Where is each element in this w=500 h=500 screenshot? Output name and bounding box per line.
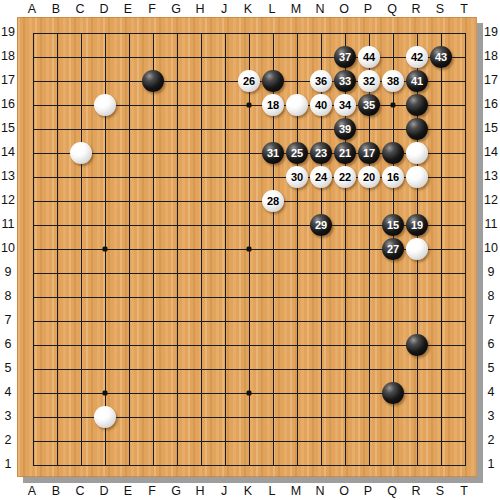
- board-intersection[interactable]: [141, 333, 165, 357]
- board-intersection[interactable]: [117, 405, 141, 429]
- board-intersection[interactable]: [189, 357, 213, 381]
- board-intersection[interactable]: [405, 285, 429, 309]
- board-intersection[interactable]: [21, 213, 45, 237]
- board-intersection[interactable]: [237, 45, 261, 69]
- board-intersection[interactable]: [69, 381, 93, 405]
- board-intersection[interactable]: [165, 453, 189, 477]
- board-intersection[interactable]: [429, 165, 453, 189]
- stone-white[interactable]: 16: [382, 166, 404, 188]
- board-intersection[interactable]: [405, 357, 429, 381]
- board-intersection[interactable]: [117, 141, 141, 165]
- board-intersection[interactable]: [93, 21, 117, 45]
- board-intersection[interactable]: [21, 21, 45, 45]
- board-intersection[interactable]: [285, 117, 309, 141]
- stone-white[interactable]: [406, 142, 428, 164]
- board-intersection[interactable]: [309, 381, 333, 405]
- board-intersection[interactable]: [21, 141, 45, 165]
- board-intersection[interactable]: [117, 213, 141, 237]
- board-intersection[interactable]: [165, 381, 189, 405]
- board-intersection[interactable]: [141, 45, 165, 69]
- board-intersection[interactable]: [453, 21, 477, 45]
- stone-white[interactable]: 22: [334, 166, 356, 188]
- board-intersection[interactable]: [141, 213, 165, 237]
- board-intersection[interactable]: [453, 69, 477, 93]
- board-intersection[interactable]: [261, 381, 285, 405]
- board-intersection[interactable]: [333, 309, 357, 333]
- board-intersection[interactable]: [453, 285, 477, 309]
- board-intersection[interactable]: [381, 117, 405, 141]
- board-intersection[interactable]: [285, 237, 309, 261]
- board-intersection[interactable]: [333, 429, 357, 453]
- board-intersection[interactable]: [165, 429, 189, 453]
- board-intersection[interactable]: [21, 45, 45, 69]
- board-intersection[interactable]: [213, 45, 237, 69]
- board-intersection[interactable]: [213, 405, 237, 429]
- board-intersection[interactable]: [405, 141, 429, 165]
- board-intersection[interactable]: [381, 21, 405, 45]
- board-intersection[interactable]: [261, 213, 285, 237]
- board-intersection[interactable]: [165, 309, 189, 333]
- board-intersection[interactable]: [405, 165, 429, 189]
- board-intersection[interactable]: [213, 285, 237, 309]
- board-intersection[interactable]: [309, 261, 333, 285]
- board-intersection[interactable]: [381, 309, 405, 333]
- board-intersection[interactable]: [93, 117, 117, 141]
- board-intersection[interactable]: [117, 21, 141, 45]
- board-intersection[interactable]: [189, 237, 213, 261]
- board-intersection[interactable]: [213, 309, 237, 333]
- board-intersection[interactable]: [45, 21, 69, 45]
- board-intersection[interactable]: 26: [237, 69, 261, 93]
- board-intersection[interactable]: [357, 333, 381, 357]
- board-intersection[interactable]: [261, 261, 285, 285]
- board-intersection[interactable]: [285, 261, 309, 285]
- board-intersection[interactable]: [117, 357, 141, 381]
- board-intersection[interactable]: [45, 93, 69, 117]
- board-intersection[interactable]: [141, 69, 165, 93]
- board-intersection[interactable]: [69, 453, 93, 477]
- board-intersection[interactable]: [45, 237, 69, 261]
- board-intersection[interactable]: [93, 165, 117, 189]
- board-intersection[interactable]: [93, 429, 117, 453]
- board-intersection[interactable]: [333, 261, 357, 285]
- board-intersection[interactable]: [261, 21, 285, 45]
- board-intersection[interactable]: [165, 69, 189, 93]
- board-intersection[interactable]: [117, 381, 141, 405]
- stone-white[interactable]: 40: [310, 94, 332, 116]
- board-intersection[interactable]: [117, 117, 141, 141]
- board-intersection[interactable]: [261, 69, 285, 93]
- board-intersection[interactable]: 36: [309, 69, 333, 93]
- board-intersection[interactable]: [237, 333, 261, 357]
- board-intersection[interactable]: [237, 429, 261, 453]
- board-intersection[interactable]: 16: [381, 165, 405, 189]
- board-intersection[interactable]: [165, 285, 189, 309]
- board-intersection[interactable]: [21, 357, 45, 381]
- board-intersection[interactable]: [261, 405, 285, 429]
- board-intersection[interactable]: [69, 237, 93, 261]
- board-intersection[interactable]: [117, 285, 141, 309]
- board-intersection[interactable]: [429, 189, 453, 213]
- board-intersection[interactable]: 27: [381, 237, 405, 261]
- board-intersection[interactable]: [21, 285, 45, 309]
- board-intersection[interactable]: [165, 357, 189, 381]
- board-intersection[interactable]: [141, 429, 165, 453]
- board-intersection[interactable]: [165, 189, 189, 213]
- board-intersection[interactable]: [21, 165, 45, 189]
- board-intersection[interactable]: [189, 429, 213, 453]
- board-intersection[interactable]: 25: [285, 141, 309, 165]
- board-intersection[interactable]: [117, 333, 141, 357]
- board-intersection[interactable]: [405, 405, 429, 429]
- board-intersection[interactable]: [21, 429, 45, 453]
- stone-white[interactable]: 26: [238, 70, 260, 92]
- board-intersection[interactable]: [429, 309, 453, 333]
- board-intersection[interactable]: [381, 45, 405, 69]
- board-intersection[interactable]: [333, 357, 357, 381]
- board-intersection[interactable]: [357, 237, 381, 261]
- board-intersection[interactable]: [69, 141, 93, 165]
- board-intersection[interactable]: [429, 141, 453, 165]
- board-intersection[interactable]: 28: [261, 189, 285, 213]
- stone-black[interactable]: [142, 70, 164, 92]
- board-intersection[interactable]: [69, 429, 93, 453]
- board-intersection[interactable]: [213, 69, 237, 93]
- board-intersection[interactable]: [69, 165, 93, 189]
- board-intersection[interactable]: [165, 165, 189, 189]
- board-intersection[interactable]: [453, 357, 477, 381]
- board-intersection[interactable]: [189, 333, 213, 357]
- board-intersection[interactable]: [453, 405, 477, 429]
- stone-black[interactable]: 31: [262, 142, 284, 164]
- board-intersection[interactable]: [429, 381, 453, 405]
- board-intersection[interactable]: [309, 285, 333, 309]
- board-intersection[interactable]: [285, 45, 309, 69]
- stone-white[interactable]: 28: [262, 190, 284, 212]
- board-intersection[interactable]: [285, 69, 309, 93]
- board-intersection[interactable]: [141, 357, 165, 381]
- board-intersection[interactable]: [237, 453, 261, 477]
- board-intersection[interactable]: [165, 405, 189, 429]
- board-intersection[interactable]: [309, 429, 333, 453]
- stone-white[interactable]: 18: [262, 94, 284, 116]
- board-intersection[interactable]: [453, 333, 477, 357]
- board-intersection[interactable]: [453, 117, 477, 141]
- board-intersection[interactable]: [189, 69, 213, 93]
- board-intersection[interactable]: [237, 381, 261, 405]
- board-intersection[interactable]: [45, 381, 69, 405]
- board-intersection[interactable]: [261, 45, 285, 69]
- board-intersection[interactable]: [405, 189, 429, 213]
- board-intersection[interactable]: [237, 405, 261, 429]
- board-intersection[interactable]: [213, 93, 237, 117]
- board-intersection[interactable]: [93, 141, 117, 165]
- board-intersection[interactable]: [429, 333, 453, 357]
- board-intersection[interactable]: [285, 93, 309, 117]
- board-intersection[interactable]: [237, 213, 261, 237]
- board-intersection[interactable]: [429, 117, 453, 141]
- board-intersection[interactable]: [285, 285, 309, 309]
- board-intersection[interactable]: [405, 21, 429, 45]
- board-intersection[interactable]: [93, 189, 117, 213]
- board-intersection[interactable]: [45, 453, 69, 477]
- board-intersection[interactable]: [333, 405, 357, 429]
- board-intersection[interactable]: [141, 285, 165, 309]
- board-intersection[interactable]: [189, 141, 213, 165]
- board-intersection[interactable]: [357, 405, 381, 429]
- board-intersection[interactable]: [213, 237, 237, 261]
- stone-black[interactable]: 29: [310, 214, 332, 236]
- stone-black[interactable]: [262, 70, 284, 92]
- board-intersection[interactable]: [69, 405, 93, 429]
- board-intersection[interactable]: [405, 309, 429, 333]
- board-intersection[interactable]: [93, 237, 117, 261]
- board-intersection[interactable]: [261, 333, 285, 357]
- board-intersection[interactable]: [309, 237, 333, 261]
- stone-black[interactable]: 39: [334, 118, 356, 140]
- board-intersection[interactable]: 19: [405, 213, 429, 237]
- board-intersection[interactable]: [309, 357, 333, 381]
- board-intersection[interactable]: [285, 357, 309, 381]
- board-intersection[interactable]: [165, 141, 189, 165]
- board-intersection[interactable]: [261, 309, 285, 333]
- board-intersection[interactable]: [45, 189, 69, 213]
- board-intersection[interactable]: [429, 213, 453, 237]
- board-intersection[interactable]: [261, 453, 285, 477]
- board-intersection[interactable]: 35: [357, 93, 381, 117]
- board-intersection[interactable]: 33: [333, 69, 357, 93]
- board-intersection[interactable]: [285, 189, 309, 213]
- board-intersection[interactable]: [189, 213, 213, 237]
- board-intersection[interactable]: [93, 309, 117, 333]
- board-intersection[interactable]: [69, 309, 93, 333]
- stone-white[interactable]: 42: [406, 46, 428, 68]
- board-intersection[interactable]: [261, 285, 285, 309]
- board-intersection[interactable]: [21, 117, 45, 141]
- board-intersection[interactable]: [45, 45, 69, 69]
- board-intersection[interactable]: [453, 141, 477, 165]
- board-intersection[interactable]: [213, 141, 237, 165]
- board-intersection[interactable]: [69, 93, 93, 117]
- board-intersection[interactable]: [309, 405, 333, 429]
- board-intersection[interactable]: [309, 189, 333, 213]
- board-intersection[interactable]: [405, 381, 429, 405]
- board-intersection[interactable]: [45, 429, 69, 453]
- board-intersection[interactable]: [141, 381, 165, 405]
- board-intersection[interactable]: [357, 357, 381, 381]
- board-intersection[interactable]: [309, 453, 333, 477]
- board-intersection[interactable]: 22: [333, 165, 357, 189]
- board-intersection[interactable]: [261, 357, 285, 381]
- board-intersection[interactable]: [285, 381, 309, 405]
- board-intersection[interactable]: 31: [261, 141, 285, 165]
- board-intersection[interactable]: [333, 21, 357, 45]
- board-intersection[interactable]: [165, 117, 189, 141]
- board-intersection[interactable]: 42: [405, 45, 429, 69]
- board-intersection[interactable]: 34: [333, 93, 357, 117]
- board-intersection[interactable]: [45, 285, 69, 309]
- board-intersection[interactable]: [237, 93, 261, 117]
- board-intersection[interactable]: [453, 429, 477, 453]
- board-intersection[interactable]: [21, 333, 45, 357]
- stone-white[interactable]: 34: [334, 94, 356, 116]
- board-intersection[interactable]: [261, 429, 285, 453]
- board-intersection[interactable]: 29: [309, 213, 333, 237]
- board-intersection[interactable]: [285, 213, 309, 237]
- board-intersection[interactable]: [93, 405, 117, 429]
- board-intersection[interactable]: [69, 333, 93, 357]
- board-intersection[interactable]: [357, 429, 381, 453]
- board-intersection[interactable]: [405, 429, 429, 453]
- stone-white[interactable]: [286, 94, 308, 116]
- board-intersection[interactable]: [405, 237, 429, 261]
- board-intersection[interactable]: [69, 261, 93, 285]
- stone-white[interactable]: 44: [358, 46, 380, 68]
- stone-black[interactable]: [406, 94, 428, 116]
- board-intersection[interactable]: [141, 309, 165, 333]
- board-intersection[interactable]: [93, 69, 117, 93]
- board-intersection[interactable]: [141, 453, 165, 477]
- board-intersection[interactable]: [333, 333, 357, 357]
- board-intersection[interactable]: [141, 237, 165, 261]
- board-intersection[interactable]: [141, 21, 165, 45]
- board-intersection[interactable]: [453, 93, 477, 117]
- stone-black[interactable]: 17: [358, 142, 380, 164]
- board-intersection[interactable]: [141, 117, 165, 141]
- stone-black[interactable]: 15: [382, 214, 404, 236]
- board-intersection[interactable]: [285, 333, 309, 357]
- board-intersection[interactable]: 38: [381, 69, 405, 93]
- board-intersection[interactable]: [141, 261, 165, 285]
- board-intersection[interactable]: [453, 237, 477, 261]
- board-intersection[interactable]: [21, 93, 45, 117]
- board-intersection[interactable]: [429, 285, 453, 309]
- board-intersection[interactable]: [285, 309, 309, 333]
- stone-black[interactable]: [382, 142, 404, 164]
- board-intersection[interactable]: [69, 213, 93, 237]
- board-intersection[interactable]: [453, 45, 477, 69]
- board-intersection[interactable]: [117, 165, 141, 189]
- board-intersection[interactable]: [93, 381, 117, 405]
- board-intersection[interactable]: [21, 237, 45, 261]
- board-intersection[interactable]: [117, 453, 141, 477]
- board-intersection[interactable]: [117, 261, 141, 285]
- board-intersection[interactable]: 20: [357, 165, 381, 189]
- stone-black[interactable]: 35: [358, 94, 380, 116]
- board-intersection[interactable]: [381, 285, 405, 309]
- board-intersection[interactable]: [237, 165, 261, 189]
- board-intersection[interactable]: [21, 261, 45, 285]
- board-intersection[interactable]: [429, 453, 453, 477]
- board-intersection[interactable]: [429, 357, 453, 381]
- board-intersection[interactable]: [453, 453, 477, 477]
- board-intersection[interactable]: [165, 45, 189, 69]
- board-intersection[interactable]: [189, 93, 213, 117]
- board-intersection[interactable]: 43: [429, 45, 453, 69]
- board-intersection[interactable]: 44: [357, 45, 381, 69]
- board-intersection[interactable]: 32: [357, 69, 381, 93]
- board-intersection[interactable]: [405, 333, 429, 357]
- board-intersection[interactable]: [21, 381, 45, 405]
- board-intersection[interactable]: [429, 405, 453, 429]
- board-intersection[interactable]: 23: [309, 141, 333, 165]
- stone-white[interactable]: [70, 142, 92, 164]
- board-intersection[interactable]: [21, 189, 45, 213]
- board-intersection[interactable]: [21, 405, 45, 429]
- board-intersection[interactable]: [357, 189, 381, 213]
- board-intersection[interactable]: 39: [333, 117, 357, 141]
- board-intersection[interactable]: [45, 69, 69, 93]
- board-intersection[interactable]: [141, 141, 165, 165]
- board-intersection[interactable]: [189, 261, 213, 285]
- board-intersection[interactable]: [381, 333, 405, 357]
- board-intersection[interactable]: 37: [333, 45, 357, 69]
- board-intersection[interactable]: [357, 285, 381, 309]
- stone-white[interactable]: 38: [382, 70, 404, 92]
- board-intersection[interactable]: [189, 45, 213, 69]
- board-intersection[interactable]: [165, 237, 189, 261]
- board-intersection[interactable]: [285, 405, 309, 429]
- board-intersection[interactable]: 30: [285, 165, 309, 189]
- board-intersection[interactable]: [333, 453, 357, 477]
- board-intersection[interactable]: [237, 357, 261, 381]
- board-intersection[interactable]: [69, 117, 93, 141]
- board-intersection[interactable]: [261, 237, 285, 261]
- board-intersection[interactable]: [405, 453, 429, 477]
- board-intersection[interactable]: [429, 261, 453, 285]
- board-intersection[interactable]: [237, 309, 261, 333]
- stone-black[interactable]: [382, 382, 404, 404]
- board-intersection[interactable]: [285, 21, 309, 45]
- board-intersection[interactable]: [237, 261, 261, 285]
- board-intersection[interactable]: 17: [357, 141, 381, 165]
- board-intersection[interactable]: [213, 429, 237, 453]
- board-intersection[interactable]: [453, 189, 477, 213]
- board-intersection[interactable]: [381, 357, 405, 381]
- board-intersection[interactable]: [45, 357, 69, 381]
- stone-white[interactable]: 36: [310, 70, 332, 92]
- board-intersection[interactable]: [45, 117, 69, 141]
- board-intersection[interactable]: [453, 261, 477, 285]
- board-intersection[interactable]: [405, 261, 429, 285]
- board-intersection[interactable]: [381, 141, 405, 165]
- stone-black[interactable]: [406, 118, 428, 140]
- board-intersection[interactable]: [69, 357, 93, 381]
- stone-white[interactable]: 32: [358, 70, 380, 92]
- board-intersection[interactable]: [117, 93, 141, 117]
- stone-white[interactable]: [94, 406, 116, 428]
- board-intersection[interactable]: [117, 237, 141, 261]
- board-intersection[interactable]: [405, 117, 429, 141]
- board-intersection[interactable]: [429, 429, 453, 453]
- stone-black[interactable]: 21: [334, 142, 356, 164]
- board-intersection[interactable]: [93, 357, 117, 381]
- board-intersection[interactable]: [93, 333, 117, 357]
- board-intersection[interactable]: [381, 93, 405, 117]
- board-intersection[interactable]: [45, 333, 69, 357]
- board-intersection[interactable]: 40: [309, 93, 333, 117]
- board-intersection[interactable]: [69, 285, 93, 309]
- board-intersection[interactable]: [429, 21, 453, 45]
- board-intersection[interactable]: [237, 237, 261, 261]
- board-intersection[interactable]: [69, 69, 93, 93]
- board-intersection[interactable]: [45, 141, 69, 165]
- board-intersection[interactable]: [309, 45, 333, 69]
- board-intersection[interactable]: [357, 453, 381, 477]
- board-intersection[interactable]: [381, 261, 405, 285]
- board-intersection[interactable]: [45, 165, 69, 189]
- stone-black[interactable]: 23: [310, 142, 332, 164]
